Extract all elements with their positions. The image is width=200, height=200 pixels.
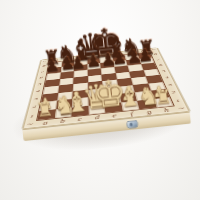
chess-board: ~ ~ ~ ~ abcdefgh abcdefgh 87654321 87654… — [26, 5, 178, 157]
square-c1: ♝ — [71, 106, 88, 117]
square-g5 — [129, 70, 145, 78]
board-tilt: ~ ~ ~ ~ abcdefgh abcdefgh 87654321 87654… — [22, 48, 190, 130]
metal-clasp-icon — [127, 120, 137, 128]
square-d1: ♛ — [88, 104, 105, 115]
square-e5 — [101, 73, 116, 81]
square-a1: ♜ — [37, 109, 55, 120]
square-d3 — [88, 88, 104, 97]
square-e4 — [102, 79, 118, 88]
product-photo-scene: ~ ~ ~ ~ abcdefgh abcdefgh 87654321 87654… — [0, 0, 200, 200]
square-g4 — [131, 76, 148, 84]
square-h5 — [143, 69, 160, 77]
square-h1: ♜ — [153, 97, 173, 107]
square-b1: ♞ — [54, 107, 72, 118]
board-frame: ~ ~ ~ ~ abcdefgh abcdefgh 87654321 87654… — [22, 48, 190, 130]
